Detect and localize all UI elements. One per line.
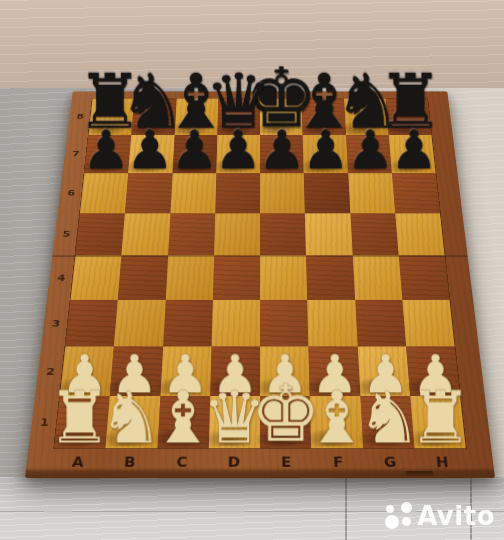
piece-shadow (255, 377, 302, 394)
square-d2: ♟ (210, 347, 260, 396)
square-e1: ♚ (260, 396, 311, 448)
square-d3 (211, 300, 260, 347)
square-a5 (75, 213, 125, 255)
avito-watermark: Avito (385, 502, 495, 529)
piece-shadow (105, 377, 153, 394)
square-h8: ♜ (386, 99, 432, 135)
piece-shadow (212, 159, 253, 172)
avito-logo-dot (402, 517, 411, 526)
square-a1: ♜ (54, 396, 110, 448)
file-label-f: F (312, 449, 365, 476)
avito-logo-dot (385, 515, 399, 529)
piece-shadow (383, 121, 424, 134)
square-c7: ♟ (172, 135, 217, 173)
chess-board: 87654321 ♜♞♝♛♚♝♞♜♟♟♟♟♟♟♟♟♟♟♟♟♟♟♟♟♜♞♝♛♚♝♞… (25, 91, 495, 478)
piece-shadow (152, 428, 201, 446)
rank-label-1: 1 (30, 397, 59, 449)
piece-shadow (155, 377, 202, 394)
piece-shadow (170, 121, 211, 134)
square-f7: ♟ (303, 135, 348, 173)
file-label-c: C (155, 449, 208, 476)
square-g6 (348, 173, 395, 213)
square-e2: ♟ (260, 347, 310, 396)
file-label-d: D (208, 449, 260, 476)
square-e6 (260, 173, 305, 213)
file-label-b: B (103, 449, 157, 476)
file-label-e: E (260, 449, 312, 476)
square-c1: ♝ (157, 396, 210, 448)
piece-shadow (341, 121, 382, 134)
square-d8: ♛ (217, 99, 260, 135)
square-h1: ♜ (410, 396, 466, 448)
file-labels: ABCDEFGH (50, 449, 470, 476)
square-c8: ♝ (174, 99, 218, 135)
piece-shadow (203, 428, 251, 446)
square-e7: ♟ (260, 135, 304, 173)
square-d4 (213, 255, 260, 299)
square-b3 (114, 300, 165, 347)
square-a7: ♟ (84, 135, 131, 173)
piece-shadow (256, 121, 296, 134)
square-g5 (350, 213, 398, 255)
square-f4 (306, 255, 355, 299)
square-h7: ♟ (389, 135, 436, 173)
square-g7: ♟ (346, 135, 392, 173)
piece-shadow (298, 121, 339, 134)
piece-shadow (256, 159, 297, 172)
square-c4 (165, 255, 214, 299)
square-h3 (402, 300, 454, 347)
piece-shadow (168, 159, 210, 172)
piece-shadow (343, 159, 385, 172)
piece-shadow (305, 377, 352, 394)
square-b7: ♟ (128, 135, 174, 173)
square-c3 (163, 300, 213, 347)
rank-label-7: 7 (63, 135, 87, 173)
file-label-a: A (50, 449, 105, 476)
square-d7: ♟ (216, 135, 260, 173)
piece-shadow (213, 121, 253, 134)
square-g4 (352, 255, 402, 299)
piece-shadow (404, 377, 452, 394)
avito-logo-dot (386, 505, 394, 513)
piece-shadow (386, 159, 428, 172)
square-f3 (307, 300, 357, 347)
square-e4 (260, 255, 307, 299)
piece-shadow (299, 159, 341, 172)
square-f8: ♝ (302, 99, 346, 135)
square-h4 (398, 255, 449, 299)
watermark-text: Avito (417, 503, 495, 529)
board-frame: 87654321 ♜♞♝♛♚♝♞♜♟♟♟♟♟♟♟♟♟♟♟♟♟♟♟♟♜♞♝♛♚♝♞… (25, 91, 495, 478)
square-c2: ♟ (160, 347, 211, 396)
square-g2: ♟ (357, 347, 410, 396)
rank-label-6: 6 (59, 173, 84, 213)
square-d1: ♛ (209, 396, 260, 448)
piece-shadow (49, 428, 99, 446)
square-g1: ♞ (360, 396, 414, 448)
square-e5 (260, 213, 306, 255)
square-f1: ♝ (310, 396, 363, 448)
square-b1: ♞ (106, 396, 160, 448)
piece-shadow (101, 428, 150, 446)
square-b6 (125, 173, 172, 213)
piece-shadow (55, 377, 103, 394)
rank-label-8: 8 (68, 98, 92, 135)
board-squares: ♜♞♝♛♚♝♞♜♟♟♟♟♟♟♟♟♟♟♟♟♟♟♟♟♜♞♝♛♚♝♞♜ (53, 98, 467, 449)
square-c6 (170, 173, 216, 213)
square-g3 (355, 300, 406, 347)
avito-logo-dot (401, 502, 412, 513)
plank-seam (345, 477, 347, 540)
square-h2: ♟ (406, 347, 460, 396)
file-label-h: H (415, 449, 470, 476)
square-d5 (214, 213, 260, 255)
piece-shadow (84, 121, 125, 134)
square-d6 (215, 173, 260, 213)
piece-shadow (357, 428, 406, 446)
square-h5 (395, 213, 445, 255)
square-a4 (71, 255, 122, 299)
square-b4 (118, 255, 168, 299)
square-e3 (260, 300, 309, 347)
square-c5 (168, 213, 215, 255)
square-f6 (304, 173, 350, 213)
board-fold-seam (52, 255, 467, 256)
square-a3 (65, 300, 117, 347)
piece-shadow (354, 377, 402, 394)
file-label-g: G (363, 449, 417, 476)
piece-shadow (124, 159, 166, 172)
piece-shadow (306, 428, 355, 446)
square-e8: ♚ (260, 99, 303, 135)
piece-shadow (80, 159, 122, 172)
square-h6 (392, 173, 440, 213)
piece-shadow (408, 428, 458, 446)
chess-board-scene: 87654321 ♜♞♝♛♚♝♞♜♟♟♟♟♟♟♟♟♟♟♟♟♟♟♟♟♜♞♝♛♚♝♞… (25, 0, 495, 478)
piece-shadow (127, 121, 168, 134)
square-b5 (122, 213, 170, 255)
square-g8: ♞ (344, 99, 389, 135)
square-a6 (80, 173, 128, 213)
piece-shadow (205, 377, 252, 394)
piece-shadow (255, 428, 303, 446)
square-f5 (305, 213, 352, 255)
avito-logo-icon (385, 502, 412, 529)
square-f2: ♟ (309, 347, 360, 396)
